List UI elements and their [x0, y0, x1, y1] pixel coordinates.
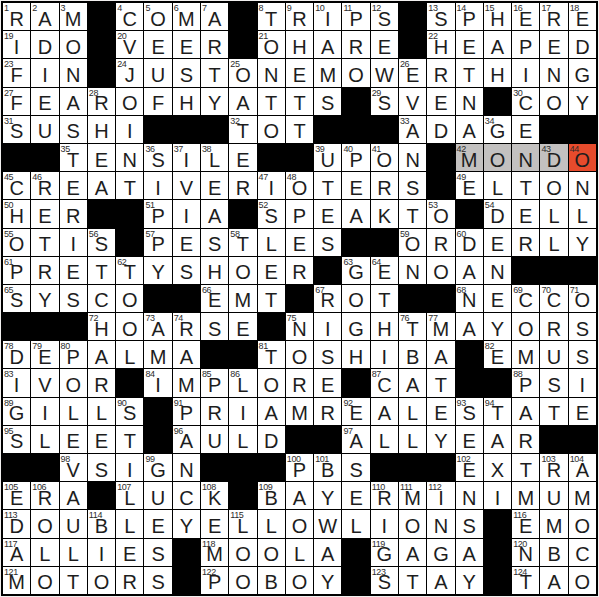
grid-cell[interactable]: R: [427, 59, 454, 86]
grid-cell[interactable]: O: [60, 369, 87, 396]
grid-cell[interactable]: A: [314, 31, 341, 58]
grid-cell[interactable]: E: [512, 200, 539, 227]
grid-cell[interactable]: 24J: [116, 59, 143, 86]
grid-cell[interactable]: E: [456, 426, 483, 453]
grid-cell[interactable]: 69C: [512, 285, 539, 312]
grid-cell[interactable]: 38L: [201, 144, 228, 171]
grid-cell[interactable]: I: [173, 200, 200, 227]
grid-cell[interactable]: S: [60, 116, 87, 143]
grid-cell[interactable]: 119G: [371, 539, 398, 566]
grid-cell[interactable]: Y: [201, 88, 228, 115]
grid-cell[interactable]: 116E: [512, 510, 539, 537]
grid-cell[interactable]: W: [314, 510, 341, 537]
grid-cell[interactable]: 89G: [3, 398, 30, 425]
grid-cell[interactable]: S: [569, 341, 596, 368]
grid-cell[interactable]: E: [201, 510, 228, 537]
grid-cell[interactable]: U: [540, 482, 567, 509]
grid-cell[interactable]: 21O: [258, 31, 285, 58]
grid-cell[interactable]: Y: [569, 229, 596, 256]
grid-cell[interactable]: Y: [314, 482, 341, 509]
grid-cell[interactable]: N: [427, 510, 454, 537]
grid-cell[interactable]: S: [88, 454, 115, 481]
grid-cell[interactable]: O: [540, 172, 567, 199]
grid-cell[interactable]: S: [144, 539, 171, 566]
grid-cell[interactable]: T: [60, 567, 87, 594]
grid-cell[interactable]: 79E: [31, 341, 58, 368]
grid-cell[interactable]: 66E: [201, 285, 228, 312]
grid-cell[interactable]: L: [258, 229, 285, 256]
grid-cell[interactable]: L: [60, 398, 87, 425]
grid-cell[interactable]: E: [88, 426, 115, 453]
grid-cell[interactable]: 65S: [3, 285, 30, 312]
grid-cell[interactable]: 102E: [456, 454, 483, 481]
grid-cell[interactable]: 15H: [484, 3, 511, 30]
grid-cell[interactable]: 56S: [88, 229, 115, 256]
grid-cell[interactable]: D: [31, 31, 58, 58]
grid-cell[interactable]: 120N: [512, 539, 539, 566]
grid-cell[interactable]: S: [399, 172, 426, 199]
grid-cell[interactable]: 30C: [512, 88, 539, 115]
grid-cell[interactable]: E: [286, 59, 313, 86]
grid-cell[interactable]: U: [144, 482, 171, 509]
grid-cell[interactable]: 121M: [3, 567, 30, 594]
grid-cell[interactable]: R: [512, 426, 539, 453]
grid-cell[interactable]: X: [484, 454, 511, 481]
grid-cell[interactable]: B: [540, 539, 567, 566]
grid-cell[interactable]: E: [314, 200, 341, 227]
grid-cell[interactable]: A: [512, 398, 539, 425]
grid-cell[interactable]: E: [31, 200, 58, 227]
grid-cell[interactable]: 97A: [342, 426, 369, 453]
grid-cell[interactable]: 83I: [3, 369, 30, 396]
grid-cell[interactable]: E: [229, 313, 256, 340]
grid-cell[interactable]: O: [569, 510, 596, 537]
grid-cell[interactable]: T: [286, 116, 313, 143]
grid-cell[interactable]: E: [60, 426, 87, 453]
grid-cell[interactable]: 85P: [201, 369, 228, 396]
grid-cell[interactable]: T: [258, 285, 285, 312]
selected-cell[interactable]: 44O: [569, 144, 596, 171]
grid-cell[interactable]: S: [201, 313, 228, 340]
grid-cell[interactable]: 72H: [88, 313, 115, 340]
grid-cell[interactable]: 86L: [229, 369, 256, 396]
grid-cell[interactable]: N: [60, 59, 87, 86]
grid-cell[interactable]: O: [229, 257, 256, 284]
grid-cell[interactable]: T: [427, 369, 454, 396]
grid-cell[interactable]: E: [484, 285, 511, 312]
grid-cell[interactable]: A: [286, 482, 313, 509]
grid-cell[interactable]: S: [314, 341, 341, 368]
grid-cell[interactable]: E: [201, 172, 228, 199]
shaded-cell[interactable]: O: [484, 144, 511, 171]
grid-cell[interactable]: 112I: [427, 482, 454, 509]
grid-cell[interactable]: 123S: [371, 567, 398, 594]
grid-cell[interactable]: N: [116, 144, 143, 171]
grid-cell[interactable]: 73A: [144, 313, 171, 340]
grid-cell[interactable]: E: [540, 31, 567, 58]
grid-cell[interactable]: T: [512, 454, 539, 481]
grid-cell[interactable]: 23F: [3, 59, 30, 86]
grid-cell[interactable]: 7A: [201, 3, 228, 30]
grid-cell[interactable]: 25O: [229, 59, 256, 86]
grid-cell[interactable]: R: [286, 257, 313, 284]
grid-cell[interactable]: O: [229, 539, 256, 566]
grid-cell[interactable]: A: [88, 172, 115, 199]
grid-cell[interactable]: N: [540, 59, 567, 86]
grid-cell[interactable]: 5O: [144, 3, 171, 30]
grid-cell[interactable]: T: [399, 567, 426, 594]
grid-cell[interactable]: 117A: [3, 539, 30, 566]
grid-cell[interactable]: I: [31, 398, 58, 425]
grid-cell[interactable]: 114B: [88, 510, 115, 537]
grid-cell[interactable]: 61P: [3, 257, 30, 284]
grid-cell[interactable]: H: [286, 31, 313, 58]
grid-cell[interactable]: H: [201, 257, 228, 284]
grid-cell[interactable]: 68N: [456, 285, 483, 312]
grid-cell[interactable]: L: [540, 229, 567, 256]
grid-cell[interactable]: 26E: [399, 59, 426, 86]
grid-cell[interactable]: A: [229, 88, 256, 115]
grid-cell[interactable]: T: [286, 88, 313, 115]
grid-cell[interactable]: 51P: [144, 200, 171, 227]
grid-cell[interactable]: M: [512, 482, 539, 509]
grid-cell[interactable]: R: [88, 369, 115, 396]
grid-cell[interactable]: T: [116, 172, 143, 199]
grid-cell[interactable]: G: [427, 539, 454, 566]
grid-cell[interactable]: T: [456, 59, 483, 86]
grid-cell[interactable]: O: [286, 510, 313, 537]
grid-cell[interactable]: L: [258, 510, 285, 537]
grid-cell[interactable]: N: [484, 257, 511, 284]
grid-cell[interactable]: 16E: [512, 3, 539, 30]
grid-cell[interactable]: 118M: [201, 539, 228, 566]
grid-cell[interactable]: 34G: [484, 116, 511, 143]
grid-cell[interactable]: E: [286, 229, 313, 256]
grid-cell[interactable]: I: [229, 398, 256, 425]
grid-cell[interactable]: 84I: [144, 369, 171, 396]
grid-cell[interactable]: R: [342, 31, 369, 58]
grid-cell[interactable]: 6M: [173, 3, 200, 30]
grid-cell[interactable]: 2A: [31, 3, 58, 30]
grid-cell[interactable]: Y: [569, 88, 596, 115]
grid-cell[interactable]: L: [31, 539, 58, 566]
grid-cell[interactable]: 63G: [342, 257, 369, 284]
grid-cell[interactable]: 70C: [540, 285, 567, 312]
grid-cell[interactable]: B: [399, 341, 426, 368]
grid-cell[interactable]: C: [569, 539, 596, 566]
grid-cell[interactable]: L: [399, 398, 426, 425]
grid-cell[interactable]: A: [540, 567, 567, 594]
grid-cell[interactable]: 106R: [31, 482, 58, 509]
grid-cell[interactable]: U: [31, 116, 58, 143]
grid-cell[interactable]: B: [258, 567, 285, 594]
grid-cell[interactable]: V: [31, 369, 58, 396]
grid-cell[interactable]: O: [286, 341, 313, 368]
grid-cell[interactable]: 35T: [60, 144, 87, 171]
grid-cell[interactable]: R: [201, 31, 228, 58]
grid-cell[interactable]: L: [399, 426, 426, 453]
grid-cell[interactable]: S: [144, 567, 171, 594]
grid-cell[interactable]: 76T: [399, 313, 426, 340]
grid-cell[interactable]: 107L: [116, 482, 143, 509]
grid-cell[interactable]: A: [60, 482, 87, 509]
grid-cell[interactable]: 104A: [569, 454, 596, 481]
grid-cell[interactable]: A: [173, 341, 200, 368]
grid-cell[interactable]: T: [116, 426, 143, 453]
grid-cell[interactable]: Y: [484, 313, 511, 340]
grid-cell[interactable]: E: [229, 144, 256, 171]
grid-cell[interactable]: 12S: [371, 3, 398, 30]
grid-cell[interactable]: 77M: [427, 313, 454, 340]
grid-cell[interactable]: N: [456, 88, 483, 115]
grid-cell[interactable]: 11P: [342, 3, 369, 30]
grid-cell[interactable]: I: [512, 59, 539, 86]
grid-cell[interactable]: Y: [173, 510, 200, 537]
grid-cell[interactable]: 50H: [3, 200, 30, 227]
grid-cell[interactable]: 108K: [201, 482, 228, 509]
grid-cell[interactable]: 3M: [60, 3, 87, 30]
grid-cell[interactable]: O: [512, 313, 539, 340]
grid-cell[interactable]: G: [342, 313, 369, 340]
grid-cell[interactable]: N: [569, 172, 596, 199]
grid-cell[interactable]: S: [173, 257, 200, 284]
grid-cell[interactable]: S: [60, 285, 87, 312]
grid-cell[interactable]: 92E: [342, 398, 369, 425]
grid-cell[interactable]: A: [456, 539, 483, 566]
grid-cell[interactable]: D: [427, 116, 454, 143]
grid-cell[interactable]: E: [484, 229, 511, 256]
grid-cell[interactable]: 81T: [258, 341, 285, 368]
grid-cell[interactable]: 39U: [314, 144, 341, 171]
grid-cell[interactable]: I: [314, 313, 341, 340]
grid-cell[interactable]: S: [314, 88, 341, 115]
grid-cell[interactable]: A: [427, 341, 454, 368]
grid-cell[interactable]: L: [60, 539, 87, 566]
grid-cell[interactable]: F: [144, 88, 171, 115]
grid-cell[interactable]: A: [456, 313, 483, 340]
grid-cell[interactable]: M: [314, 59, 341, 86]
grid-cell[interactable]: V: [399, 88, 426, 115]
grid-cell[interactable]: 46R: [31, 172, 58, 199]
grid-cell[interactable]: 91P: [173, 398, 200, 425]
grid-cell[interactable]: A: [88, 341, 115, 368]
grid-cell[interactable]: E: [427, 88, 454, 115]
grid-cell[interactable]: I: [371, 510, 398, 537]
grid-cell[interactable]: L: [371, 426, 398, 453]
grid-cell[interactable]: U: [201, 426, 228, 453]
grid-cell[interactable]: N: [258, 59, 285, 86]
grid-cell[interactable]: R: [512, 229, 539, 256]
grid-cell[interactable]: E: [427, 398, 454, 425]
grid-cell[interactable]: N: [173, 454, 200, 481]
grid-cell[interactable]: 40P: [342, 144, 369, 171]
grid-cell[interactable]: 49E: [456, 172, 483, 199]
grid-cell[interactable]: O: [342, 59, 369, 86]
grid-cell[interactable]: A: [60, 88, 87, 115]
grid-cell[interactable]: 94T: [484, 398, 511, 425]
grid-cell[interactable]: S: [342, 454, 369, 481]
grid-cell[interactable]: O: [569, 567, 596, 594]
grid-cell[interactable]: 99G: [144, 454, 171, 481]
grid-cell[interactable]: 32T: [229, 116, 256, 143]
grid-cell[interactable]: E: [512, 116, 539, 143]
grid-cell[interactable]: Y: [427, 426, 454, 453]
grid-cell[interactable]: A: [258, 398, 285, 425]
grid-cell[interactable]: 122P: [201, 567, 228, 594]
grid-cell[interactable]: 113D: [3, 510, 30, 537]
grid-cell[interactable]: T: [88, 257, 115, 284]
grid-cell[interactable]: M: [144, 341, 171, 368]
grid-cell[interactable]: 82E: [484, 341, 511, 368]
grid-cell[interactable]: I: [116, 454, 143, 481]
grid-cell[interactable]: Y: [31, 285, 58, 312]
grid-cell[interactable]: T: [201, 59, 228, 86]
grid-cell[interactable]: 48O: [286, 172, 313, 199]
grid-cell[interactable]: I: [569, 369, 596, 396]
grid-cell[interactable]: 13S: [427, 3, 454, 30]
grid-cell[interactable]: W: [371, 59, 398, 86]
shaded-cell[interactable]: N: [512, 144, 539, 171]
grid-cell[interactable]: L: [569, 200, 596, 227]
grid-cell[interactable]: 17R: [540, 3, 567, 30]
grid-cell[interactable]: L: [116, 341, 143, 368]
grid-cell[interactable]: 110R: [371, 482, 398, 509]
shaded-cell[interactable]: 43D: [540, 144, 567, 171]
grid-cell[interactable]: M: [569, 482, 596, 509]
grid-cell[interactable]: 28R: [88, 88, 115, 115]
grid-cell[interactable]: A: [456, 257, 483, 284]
grid-cell[interactable]: G: [569, 59, 596, 86]
grid-cell[interactable]: 60D: [456, 229, 483, 256]
grid-cell[interactable]: I: [144, 172, 171, 199]
grid-cell[interactable]: T: [371, 285, 398, 312]
grid-cell[interactable]: E: [456, 31, 483, 58]
grid-cell[interactable]: O: [88, 567, 115, 594]
grid-cell[interactable]: R: [31, 257, 58, 284]
grid-cell[interactable]: L: [229, 426, 256, 453]
grid-cell[interactable]: H: [173, 88, 200, 115]
grid-cell[interactable]: S: [173, 59, 200, 86]
grid-cell[interactable]: 27F: [3, 88, 30, 115]
grid-cell[interactable]: 53O: [427, 200, 454, 227]
grid-cell[interactable]: N: [399, 144, 426, 171]
grid-cell[interactable]: 115L: [229, 510, 256, 537]
grid-cell[interactable]: R: [427, 229, 454, 256]
grid-cell[interactable]: C: [173, 482, 200, 509]
grid-cell[interactable]: 67R: [314, 285, 341, 312]
grid-cell[interactable]: O: [60, 31, 87, 58]
grid-cell[interactable]: A: [342, 200, 369, 227]
grid-cell[interactable]: T: [540, 398, 567, 425]
grid-cell[interactable]: 111M: [399, 482, 426, 509]
grid-cell[interactable]: S: [201, 229, 228, 256]
grid-cell[interactable]: K: [371, 200, 398, 227]
grid-cell[interactable]: I: [484, 482, 511, 509]
grid-cell[interactable]: C: [88, 285, 115, 312]
grid-cell[interactable]: R: [540, 313, 567, 340]
grid-cell[interactable]: 9R: [286, 3, 313, 30]
grid-cell[interactable]: 64E: [371, 257, 398, 284]
grid-cell[interactable]: 75N: [286, 313, 313, 340]
grid-cell[interactable]: 62T: [116, 257, 143, 284]
grid-cell[interactable]: 100P: [286, 454, 313, 481]
grid-cell[interactable]: O: [116, 313, 143, 340]
grid-cell[interactable]: N: [399, 257, 426, 284]
grid-cell[interactable]: E: [342, 172, 369, 199]
grid-cell[interactable]: E: [569, 398, 596, 425]
grid-cell[interactable]: V: [173, 172, 200, 199]
grid-cell[interactable]: 4C: [116, 3, 143, 30]
grid-cell[interactable]: H: [484, 59, 511, 86]
grid-cell[interactable]: L: [342, 510, 369, 537]
grid-cell[interactable]: O: [116, 285, 143, 312]
grid-cell[interactable]: 87C: [371, 369, 398, 396]
grid-cell[interactable]: R: [286, 369, 313, 396]
grid-cell[interactable]: R: [116, 567, 143, 594]
grid-cell[interactable]: O: [116, 88, 143, 115]
grid-cell[interactable]: L: [484, 172, 511, 199]
grid-cell[interactable]: A: [456, 116, 483, 143]
grid-cell[interactable]: 8T: [258, 3, 285, 30]
grid-cell[interactable]: E: [314, 369, 341, 396]
grid-cell[interactable]: N: [456, 482, 483, 509]
grid-cell[interactable]: E: [173, 229, 200, 256]
grid-cell[interactable]: 55O: [3, 229, 30, 256]
grid-cell[interactable]: I: [60, 229, 87, 256]
grid-cell[interactable]: Y: [456, 567, 483, 594]
grid-cell[interactable]: 10I: [314, 3, 341, 30]
grid-cell[interactable]: S: [540, 369, 567, 396]
grid-cell[interactable]: R: [60, 200, 87, 227]
grid-cell[interactable]: 19I: [3, 31, 30, 58]
grid-cell[interactable]: T: [512, 172, 539, 199]
grid-cell[interactable]: M: [540, 510, 567, 537]
grid-cell[interactable]: L: [88, 398, 115, 425]
grid-cell[interactable]: E: [144, 31, 171, 58]
grid-cell[interactable]: 59O: [399, 229, 426, 256]
grid-cell[interactable]: A: [314, 539, 341, 566]
grid-cell[interactable]: A: [399, 369, 426, 396]
grid-cell[interactable]: O: [258, 539, 285, 566]
grid-cell[interactable]: 41O: [371, 144, 398, 171]
grid-cell[interactable]: M: [286, 398, 313, 425]
grid-cell[interactable]: E: [144, 510, 171, 537]
grid-cell[interactable]: 57P: [144, 229, 171, 256]
grid-cell[interactable]: M: [512, 341, 539, 368]
grid-cell[interactable]: O: [31, 567, 58, 594]
grid-cell[interactable]: D: [258, 426, 285, 453]
grid-cell[interactable]: 78D: [3, 341, 30, 368]
grid-cell[interactable]: R: [314, 398, 341, 425]
grid-cell[interactable]: E: [31, 88, 58, 115]
grid-cell[interactable]: O: [540, 88, 567, 115]
grid-cell[interactable]: A: [399, 539, 426, 566]
grid-cell[interactable]: 124T: [512, 567, 539, 594]
grid-cell[interactable]: H: [342, 341, 369, 368]
grid-cell[interactable]: 88P: [512, 369, 539, 396]
grid-cell[interactable]: A: [371, 398, 398, 425]
grid-cell[interactable]: U: [540, 341, 567, 368]
grid-cell[interactable]: O: [286, 567, 313, 594]
grid-cell[interactable]: I: [88, 539, 115, 566]
grid-cell[interactable]: 36S: [144, 144, 171, 171]
grid-cell[interactable]: M: [173, 369, 200, 396]
grid-cell[interactable]: M: [229, 285, 256, 312]
grid-cell[interactable]: 103R: [540, 454, 567, 481]
grid-cell[interactable]: P: [286, 200, 313, 227]
grid-cell[interactable]: E: [371, 31, 398, 58]
grid-cell[interactable]: 98V: [60, 454, 87, 481]
